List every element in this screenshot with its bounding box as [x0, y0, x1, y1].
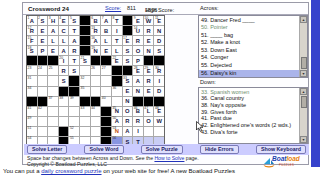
grid-cell-2-13[interactable]: N	[154, 26, 164, 35]
cell-letter: S	[125, 79, 129, 85]
clue-across-49[interactable]: 49. Dancer Fred ____	[199, 17, 300, 25]
grid-cell-12-4	[59, 127, 69, 136]
cell-number: 35	[81, 86, 85, 90]
grid-cell-4-7[interactable]: 19N	[91, 46, 101, 55]
grid-cell-9-5[interactable]: 39	[69, 97, 79, 106]
grid-cell-7-8[interactable]	[101, 76, 111, 85]
grid-cell-10-3[interactable]	[48, 107, 58, 116]
grid-cell-12-11[interactable]: I	[133, 127, 143, 136]
grid-cell-2-6	[80, 26, 90, 35]
cell-number: 45	[112, 106, 116, 110]
grid-cell-9-11	[133, 97, 143, 106]
grid-cell-2-5[interactable]: T	[69, 26, 79, 35]
grid-cell-6-3[interactable]: 25	[48, 66, 58, 75]
cell-letter: R	[146, 79, 150, 85]
grid-cell-8-3[interactable]	[48, 87, 58, 96]
cell-letter-error: N	[115, 129, 119, 135]
cell-number: 11	[155, 16, 159, 20]
down-scrollbar[interactable]: ▲ ▼	[299, 88, 307, 143]
across-scroll-thumb[interactable]	[301, 57, 307, 69]
cell-number: 2	[38, 16, 40, 20]
cell-number: 20	[59, 56, 63, 60]
grid-cell-8-5	[69, 87, 79, 96]
grid-cell-5-1	[27, 56, 37, 65]
grid-cell-6-10	[123, 66, 133, 75]
grid-cell-7-2[interactable]	[38, 76, 48, 85]
cell-letter: O	[125, 109, 130, 115]
cell-number: 42	[38, 106, 42, 110]
cell-letter: S	[83, 59, 87, 65]
grid-cell-9-13	[154, 97, 164, 106]
cell-letter: E	[51, 49, 55, 55]
grid-cell-11-12[interactable]: O	[144, 117, 154, 126]
grid-cell-5-5[interactable]: T	[69, 56, 79, 65]
clue-down-36[interactable]: 36. Canal country	[199, 95, 300, 102]
grid-cell-11-2[interactable]	[38, 117, 48, 126]
grid-cell-7-9	[112, 76, 122, 85]
clue-across-52[interactable]: 52. Make a knot	[199, 39, 300, 47]
cell-letter: S	[125, 59, 129, 65]
cell-number: 28	[134, 66, 138, 70]
grid-cell-10-11[interactable]: 46B	[133, 107, 143, 116]
cell-number: 38	[59, 96, 63, 100]
grid-cell-9-12	[144, 97, 154, 106]
grid-cell-5-8	[101, 56, 111, 65]
cell-letter: R	[146, 29, 150, 35]
cell-letter: E	[62, 19, 66, 25]
grid-cell-8-9[interactable]: 36	[112, 87, 122, 96]
solve-word-button[interactable]: Solve Word	[84, 145, 123, 155]
grid-cell-3-4[interactable]: L	[59, 36, 69, 45]
grid-cell-5-3	[48, 56, 58, 65]
grid-cell-2-9[interactable]: I	[112, 26, 122, 35]
grid-cell-6-9	[112, 66, 122, 75]
grid-cell-7-1[interactable]: 31	[27, 76, 37, 85]
grid-cell-11-13[interactable]: W	[154, 117, 164, 126]
cell-number: 37	[49, 96, 53, 100]
grid-cell-12-12[interactable]	[144, 127, 154, 136]
cell-number: 13	[91, 26, 95, 30]
cell-number: 40	[102, 96, 106, 100]
scroll-down-icon[interactable]: ▼	[300, 70, 307, 77]
crossword-app-screen: Crossword 24 Score: 811 High Score: 1896…	[0, 0, 320, 180]
cell-number: 26	[91, 66, 95, 70]
puzzle-title: Crossword 24	[28, 5, 69, 12]
cell-letter: E	[147, 69, 151, 75]
solve-puzzle-button[interactable]: Solve Puzzle	[141, 145, 183, 155]
show-keyboard-button[interactable]: Show Keyboard	[256, 145, 306, 155]
grid-cell-3-3[interactable]: L	[48, 36, 58, 45]
grid-cell-10-6[interactable]: 43	[80, 107, 90, 116]
grid-cell-6-1[interactable]: 23	[27, 66, 37, 75]
cell-letter: R	[157, 69, 161, 75]
grid-cell-1-3[interactable]: 3H	[48, 16, 58, 25]
cell-number: 43	[81, 106, 85, 110]
grid-cell-6-4[interactable]: R	[59, 66, 69, 75]
cell-number: 34	[28, 86, 32, 90]
clue-across-51[interactable]: 51. ____ bag	[199, 32, 300, 40]
grid-cell-7-6[interactable]: 32	[80, 76, 90, 85]
cell-number: 8	[112, 16, 114, 20]
grid-cell-6-11[interactable]: 28E	[133, 66, 143, 75]
grid-cell-4-2[interactable]: P	[38, 46, 48, 55]
cell-letter: E	[136, 69, 140, 75]
cell-number: 18	[28, 46, 32, 50]
grid-cell-1-9[interactable]: 8T	[112, 16, 122, 25]
grid-cell-7-12[interactable]: R	[144, 76, 154, 85]
grid-cell-11-6[interactable]	[80, 117, 90, 126]
cell-letter: L	[147, 109, 151, 115]
grid-cell-3-7[interactable]: 16A	[91, 36, 101, 45]
cell-letter: L	[104, 39, 108, 45]
grid-cell-10-5[interactable]	[69, 107, 79, 116]
grid-cell-2-4[interactable]: C	[59, 26, 69, 35]
cell-number: 15	[28, 36, 32, 40]
cell-letter: L	[51, 39, 55, 45]
cell-letter: I	[63, 59, 65, 65]
cell-letter: A	[30, 19, 34, 25]
grid-cell-3-11[interactable]: R	[133, 36, 143, 45]
across-scrollbar[interactable]: ▲ ▼	[299, 16, 307, 77]
grid-cell-10-4[interactable]	[59, 107, 69, 116]
cell-letter: N	[125, 99, 129, 105]
grid-cell-3-2[interactable]: E	[38, 36, 48, 45]
grid-cell-9-4[interactable]: 38	[59, 97, 69, 106]
cell-number: 5	[70, 16, 72, 20]
grid-cell-12-1[interactable]: 51	[27, 127, 37, 136]
cell-letter: A	[104, 19, 108, 25]
solve-letter-button[interactable]: Solve Letter	[27, 145, 67, 155]
clue-down-42[interactable]: 42. Enlightened one's words (2 wds.)	[199, 122, 300, 129]
app-header: Crossword 24 Score: 811 High Score: 1896…	[23, 3, 308, 15]
cell-letter: B	[136, 109, 140, 115]
grid-cell-10-9[interactable]: 45N	[112, 107, 122, 116]
grid-cell-6-2[interactable]: 24	[38, 66, 48, 75]
grid-cell-12-8	[101, 127, 111, 136]
cell-letter: A	[136, 79, 140, 85]
cell-letter: R	[93, 29, 97, 35]
cell-letter: E	[147, 89, 151, 95]
cell-letter: S	[40, 19, 44, 25]
grid-cell-8-11[interactable]: N	[133, 87, 143, 96]
grid-cell-2-12[interactable]: R	[144, 26, 154, 35]
grid-cell-3-5[interactable]: A	[69, 36, 79, 45]
cell-letter: H	[51, 19, 55, 25]
grid-cell-1-12[interactable]: 10W	[144, 16, 154, 25]
grid-cell-11-11[interactable]: R	[133, 117, 143, 126]
grid-cell-8-1[interactable]: 34	[27, 87, 37, 96]
grid-cell-6-7[interactable]: 26	[91, 66, 101, 75]
cell-number: 10	[144, 16, 148, 20]
cell-number: 14	[134, 26, 138, 30]
cell-letter: L	[62, 39, 66, 45]
clue-across-56[interactable]: 56. Daisy's kin	[199, 70, 300, 77]
cell-letter: L	[115, 49, 119, 55]
footer-help-text: Space bar changes between Across and Dow…	[27, 155, 267, 167]
down-clue-list: 33. Spanish women36. Canal country38. Na…	[198, 87, 308, 144]
page-background-strip	[311, 0, 320, 167]
grid-cell-8-4	[59, 87, 69, 96]
cell-letter: R	[136, 39, 140, 45]
cell-letter: S	[62, 79, 66, 85]
grid-cell-9-10[interactable]: N	[123, 97, 133, 106]
cell-number: 12	[28, 26, 32, 30]
grid-cell-6-13[interactable]: 30R	[154, 66, 164, 75]
grid-cell-4-12[interactable]: N	[144, 46, 154, 55]
grid-cell-4-5[interactable]: R	[69, 46, 79, 55]
grid-cell-6-5[interactable]: S	[69, 66, 79, 75]
cell-number: 23	[28, 66, 32, 70]
grid-cell-1-7[interactable]: 6B	[91, 16, 101, 25]
cell-letter: S	[72, 69, 76, 75]
cell-letter: E	[147, 39, 151, 45]
cell-letter: N	[136, 89, 140, 95]
grid-cell-11-3[interactable]	[48, 117, 58, 126]
grid-cell-6-12[interactable]: 29E	[144, 66, 154, 75]
grid-cell-11-9[interactable]: 50A	[112, 117, 122, 126]
grid-cell-2-7[interactable]: 13R	[91, 26, 101, 35]
grid-cell-1-13[interactable]: 11E	[154, 16, 164, 25]
across-clue-list: 49. Dancer Fred ____50. Pointer51. ____ …	[198, 15, 308, 78]
cell-letter: E	[125, 89, 129, 95]
cell-letter: E	[115, 59, 119, 65]
grid-cell-8-8[interactable]	[101, 87, 111, 96]
grid-cell-4-13[interactable]: S	[154, 46, 164, 55]
grid-cell-9-1	[27, 97, 37, 106]
grid-cell-10-2[interactable]: 42	[38, 107, 48, 116]
clue-down-39[interactable]: 39. Gives forth	[199, 109, 300, 116]
cell-number: 44	[91, 106, 95, 110]
grid-cell-12-2[interactable]	[38, 127, 48, 136]
grid-cell-9-3[interactable]: 37	[48, 97, 58, 106]
grid-cell-11-4[interactable]	[59, 117, 69, 126]
cell-letter: P	[40, 49, 44, 55]
crossword-app-frame: Crossword 24 Score: 811 High Score: 1896…	[22, 2, 309, 165]
grid-cell-8-2[interactable]	[38, 87, 48, 96]
grid-cell-1-6	[80, 16, 90, 25]
grid-cell-6-8[interactable]: 27	[101, 66, 111, 75]
cell-letter: E	[40, 29, 44, 35]
grid-cell-2-2[interactable]: E	[38, 26, 48, 35]
score-link[interactable]: Score:	[105, 5, 121, 11]
cell-letter: O	[136, 49, 141, 55]
cell-letter: I	[158, 79, 160, 85]
cell-number: 17	[123, 36, 127, 40]
grid-cell-12-3[interactable]	[48, 127, 58, 136]
clue-across-54[interactable]: 54. Conger	[199, 54, 300, 62]
cell-number: 55	[70, 136, 74, 140]
grid-cell-5-11[interactable]: P	[133, 56, 143, 65]
grid-cell-3-9[interactable]: T	[112, 36, 122, 45]
clue-across-55[interactable]: 55. Dejected	[199, 62, 300, 70]
cell-letter: E	[40, 39, 44, 45]
grid-cell-9-6	[80, 97, 90, 106]
grid-cell-11-1[interactable]: 49	[27, 117, 37, 126]
grid-cell-3-13[interactable]: D	[154, 36, 164, 45]
grid-cell-12-10[interactable]: A	[123, 127, 133, 136]
cell-letter: S	[157, 49, 161, 55]
grid-cell-10-7[interactable]: 44	[91, 107, 101, 116]
grid-cell-4-11[interactable]: O	[133, 46, 143, 55]
clue-across-53[interactable]: 53. Down East	[199, 47, 300, 55]
cell-letter: R	[136, 119, 140, 125]
grid-cell-10-10[interactable]: O	[123, 107, 133, 116]
cell-letter: E	[125, 39, 129, 45]
grid-cell-8-7[interactable]	[91, 87, 101, 96]
grid-cell-2-3[interactable]: A	[48, 26, 58, 35]
grid-cell-4-9[interactable]: L	[112, 46, 122, 55]
scroll-up-icon[interactable]: ▲	[300, 88, 307, 95]
clue-down-43[interactable]: 43. Diva's forte	[199, 129, 300, 136]
cell-letter: A	[62, 49, 66, 55]
grid-cell-1-2[interactable]: 2S	[38, 16, 48, 25]
grid-cell-1-5[interactable]: 5S	[69, 16, 79, 25]
cell-number: 22	[112, 56, 116, 60]
grid-cell-2-8[interactable]: B	[101, 26, 111, 35]
grid-cell-8-10[interactable]: E	[123, 87, 133, 96]
grid-cell-2-1[interactable]: 12R	[27, 26, 37, 35]
grid-cell-1-1[interactable]: 1A	[27, 16, 37, 25]
cell-letter: S	[125, 49, 129, 55]
grid-cell-4-1[interactable]: 18S	[27, 46, 37, 55]
grid-cell-8-6[interactable]: 35	[80, 87, 90, 96]
grid-cell-1-11[interactable]: 9E	[133, 16, 143, 25]
cell-letter: R	[72, 49, 76, 55]
cell-number: 39	[70, 96, 74, 100]
grid-cell-3-8[interactable]: L	[101, 36, 111, 45]
cell-number: 32	[81, 76, 85, 80]
grid-cell-7-3[interactable]	[48, 76, 58, 85]
grid-cell-4-4[interactable]: A	[59, 46, 69, 55]
grid-cell-9-8[interactable]: 40	[101, 97, 111, 106]
clue-down-41[interactable]: 41. Past due	[199, 115, 300, 122]
cell-number: 19	[91, 46, 95, 50]
grid-cell-4-6	[80, 46, 90, 55]
grid-cell-1-10	[123, 16, 133, 25]
mouse-cursor-icon	[196, 121, 204, 132]
grid-cell-8-12[interactable]: E	[144, 87, 154, 96]
daily-crossword-link[interactable]: daily crossword puzzle	[41, 168, 101, 174]
cell-letter: W	[156, 119, 161, 125]
grid-cell-7-13[interactable]: I	[154, 76, 164, 85]
cell-letter: N	[115, 109, 119, 115]
grid-cell-5-9[interactable]: 22E	[112, 56, 122, 65]
grid-cell-7-11[interactable]: A	[133, 76, 143, 85]
clue-down-33[interactable]: 33. Spanish women	[199, 89, 300, 96]
grid-cell-2-10	[123, 26, 133, 35]
cell-number: 7	[102, 16, 104, 20]
grid-cell-1-8[interactable]: 7A	[101, 16, 111, 25]
grid-cell-3-12[interactable]: E	[144, 36, 154, 45]
cell-letter: C	[62, 29, 66, 35]
grid-cell-2-11[interactable]: 14U	[133, 26, 143, 35]
grid-cell-11-5[interactable]	[69, 117, 79, 126]
clue-down-38[interactable]: 38. Nay's opposite	[199, 102, 300, 109]
scroll-up-icon[interactable]: ▲	[300, 16, 307, 23]
cell-number: 24	[38, 66, 42, 70]
grid-cell-11-7[interactable]	[91, 117, 101, 126]
grid-cell-7-4[interactable]: S	[59, 76, 69, 85]
grid-cell-3-6	[80, 36, 90, 45]
cell-number: 53	[112, 126, 116, 130]
cell-letter: I	[116, 29, 118, 35]
cell-number: 41	[28, 106, 32, 110]
grid-cell-6-6[interactable]	[80, 66, 90, 75]
grid-cell-8-13[interactable]: D	[154, 87, 164, 96]
scroll-down-icon[interactable]: ▼	[300, 136, 307, 143]
cell-letter: T	[115, 39, 119, 45]
grid-cell-7-7[interactable]	[91, 76, 101, 85]
cell-letter: I	[137, 129, 139, 135]
grid-cell-11-10[interactable]: R	[123, 117, 133, 126]
grid-cell-4-3[interactable]: E	[48, 46, 58, 55]
cell-number: 48	[155, 106, 159, 110]
cell-number: 51	[28, 126, 32, 130]
cell-number: 46	[134, 106, 138, 110]
cell-letter: A	[72, 39, 76, 45]
grid-cell-5-10[interactable]: S	[123, 56, 133, 65]
grid-cell-1-4[interactable]: 4E	[59, 16, 69, 25]
cell-letter: B	[104, 29, 108, 35]
boatload-logo: Boatload PUZZLES	[263, 155, 303, 167]
hide-errors-button[interactable]: Hide Errors	[200, 145, 239, 155]
grid-cell-12-9[interactable]: 53N	[112, 127, 122, 136]
cell-letter: T	[72, 29, 76, 35]
cell-letter: S	[30, 49, 34, 55]
grid-cell-5-6[interactable]: 21S	[80, 56, 90, 65]
grid-cell-9-9[interactable]	[112, 97, 122, 106]
grid-cell-10-1[interactable]: 41	[27, 107, 37, 116]
cell-number: 16	[91, 36, 95, 40]
grid-cell-9-2	[38, 97, 48, 106]
clue-across-50[interactable]: 50. Pointer	[199, 24, 300, 32]
cell-number: 3	[49, 16, 51, 20]
grid-cell-12-6[interactable]	[80, 127, 90, 136]
how-to-solve-link[interactable]: How to Solve	[154, 155, 184, 161]
grid-cell-4-8[interactable]: E	[101, 46, 111, 55]
cell-letter: O	[146, 119, 151, 125]
grid-cell-3-10[interactable]: 17E	[123, 36, 133, 45]
cell-letter: E	[136, 19, 140, 25]
grid-cell-11-8	[101, 117, 111, 126]
grid-cell-10-13[interactable]: 48E	[154, 107, 164, 116]
down-scroll-thumb[interactable]	[301, 96, 307, 108]
score-value: 811	[127, 5, 136, 11]
grid-cell-7-10[interactable]: 33S	[123, 76, 133, 85]
grid-cell-12-7[interactable]	[91, 127, 101, 136]
cell-number: 4	[59, 16, 61, 20]
cell-letter: N	[93, 49, 97, 55]
cell-letter: N	[157, 29, 161, 35]
across-clues: 49. Dancer Fred ____50. Pointer51. ____ …	[199, 16, 300, 77]
cell-number: 6	[91, 16, 93, 20]
cell-number: 27	[102, 66, 106, 70]
cell-number: 1	[28, 16, 30, 20]
cell-number: 33	[123, 76, 127, 80]
grid-cell-5-4[interactable]: 20I	[59, 56, 69, 65]
promo-text: You can put a daily crossword puzzle on …	[3, 168, 308, 174]
cell-letter: R	[30, 29, 34, 35]
cell-number: 9	[134, 16, 136, 20]
cell-number: 25	[49, 66, 53, 70]
grid-cell-12-5[interactable]: 52	[69, 127, 79, 136]
grid-cell-12-13[interactable]	[154, 127, 164, 136]
cell-letter: T	[72, 59, 76, 65]
grid-cell-3-1[interactable]: 15F	[27, 36, 37, 45]
grid-cell-10-12[interactable]: 47L	[144, 107, 154, 116]
cell-number: 30	[155, 66, 159, 70]
grid-cell-4-10[interactable]: S	[123, 46, 133, 55]
